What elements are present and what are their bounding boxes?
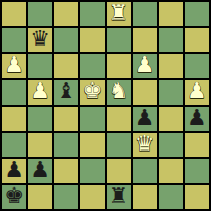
black-pawn: ♟ (30, 159, 50, 181)
square-e8[interactable]: ♜ (107, 2, 131, 26)
square-d2[interactable] (80, 159, 104, 183)
white-queen: ♛ (135, 133, 155, 155)
white-pawn: ♟ (187, 80, 207, 102)
square-f1[interactable] (133, 185, 157, 209)
square-f2[interactable] (133, 159, 157, 183)
square-a2[interactable]: ♟ (2, 159, 26, 183)
square-f3[interactable]: ♛ (133, 133, 157, 157)
black-pawn: ♟ (4, 159, 24, 181)
chess-board: ♜♛♟♟♟♝♚♞♟♟♟♛♟♟♚♜ (0, 0, 211, 211)
square-h2[interactable] (185, 159, 209, 183)
square-a5[interactable] (2, 80, 26, 104)
black-queen: ♛ (30, 28, 50, 50)
square-e7[interactable] (107, 28, 131, 52)
square-f7[interactable] (133, 28, 157, 52)
square-b2[interactable]: ♟ (28, 159, 52, 183)
square-d6[interactable] (80, 54, 104, 78)
square-h3[interactable] (185, 133, 209, 157)
black-pawn: ♟ (187, 107, 207, 129)
square-e1[interactable]: ♜ (107, 185, 131, 209)
square-h5[interactable]: ♟ (185, 80, 209, 104)
square-d4[interactable] (80, 107, 104, 131)
square-g8[interactable] (159, 2, 183, 26)
square-c3[interactable] (54, 133, 78, 157)
square-g6[interactable] (159, 54, 183, 78)
square-a6[interactable]: ♟ (2, 54, 26, 78)
square-h7[interactable] (185, 28, 209, 52)
square-f4[interactable]: ♟ (133, 107, 157, 131)
square-h4[interactable]: ♟ (185, 107, 209, 131)
square-g3[interactable] (159, 133, 183, 157)
square-d1[interactable] (80, 185, 104, 209)
square-b3[interactable] (28, 133, 52, 157)
square-g5[interactable] (159, 80, 183, 104)
square-e3[interactable] (107, 133, 131, 157)
square-c6[interactable] (54, 54, 78, 78)
black-bishop: ♝ (56, 80, 76, 102)
square-g2[interactable] (159, 159, 183, 183)
square-f6[interactable]: ♟ (133, 54, 157, 78)
black-rook: ♜ (109, 185, 129, 207)
square-e6[interactable] (107, 54, 131, 78)
square-b4[interactable] (28, 107, 52, 131)
square-b5[interactable]: ♟ (28, 80, 52, 104)
square-g1[interactable] (159, 185, 183, 209)
square-h1[interactable] (185, 185, 209, 209)
square-b8[interactable] (28, 2, 52, 26)
square-e5[interactable]: ♞ (107, 80, 131, 104)
square-h8[interactable] (185, 2, 209, 26)
black-pawn: ♟ (135, 107, 155, 129)
square-a1[interactable]: ♚ (2, 185, 26, 209)
square-c5[interactable]: ♝ (54, 80, 78, 104)
square-g4[interactable] (159, 107, 183, 131)
square-c2[interactable] (54, 159, 78, 183)
square-b7[interactable]: ♛ (28, 28, 52, 52)
white-pawn: ♟ (30, 80, 50, 102)
square-d8[interactable] (80, 2, 104, 26)
square-b1[interactable] (28, 185, 52, 209)
square-a3[interactable] (2, 133, 26, 157)
square-d7[interactable] (80, 28, 104, 52)
square-d5[interactable]: ♚ (80, 80, 104, 104)
square-c7[interactable] (54, 28, 78, 52)
white-pawn: ♟ (4, 54, 24, 76)
square-f8[interactable] (133, 2, 157, 26)
square-h6[interactable] (185, 54, 209, 78)
square-c1[interactable] (54, 185, 78, 209)
square-f5[interactable] (133, 80, 157, 104)
square-e2[interactable] (107, 159, 131, 183)
square-b6[interactable] (28, 54, 52, 78)
white-king: ♚ (83, 80, 103, 102)
square-a7[interactable] (2, 28, 26, 52)
square-a4[interactable] (2, 107, 26, 131)
square-c4[interactable] (54, 107, 78, 131)
white-pawn: ♟ (135, 54, 155, 76)
white-rook: ♜ (109, 2, 129, 24)
square-g7[interactable] (159, 28, 183, 52)
square-c8[interactable] (54, 2, 78, 26)
square-d3[interactable] (80, 133, 104, 157)
square-e4[interactable] (107, 107, 131, 131)
black-king: ♚ (4, 185, 24, 207)
white-knight: ♞ (109, 80, 129, 102)
square-a8[interactable] (2, 2, 26, 26)
chess-board-window: ♜♛♟♟♟♝♚♞♟♟♟♛♟♟♚♜ (0, 0, 211, 211)
